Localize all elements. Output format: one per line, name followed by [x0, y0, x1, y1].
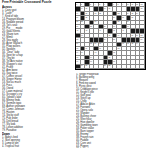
cell-number: 72: [113, 51, 115, 53]
cell-number: 48: [108, 34, 110, 36]
cell-number: 69: [76, 51, 78, 53]
cell-number: 65: [76, 47, 78, 49]
cell-number: 78: [113, 60, 115, 62]
cell-number: 2: [81, 3, 82, 5]
cell-number: 25: [131, 12, 133, 14]
cell-number: 5: [99, 3, 100, 5]
cell-number: 9: [122, 3, 123, 5]
cell-number: 44: [99, 29, 101, 31]
cell-number: 59: [95, 42, 97, 44]
cell-number: 29: [113, 16, 115, 18]
cell-number: 3: [90, 3, 91, 5]
cell-number: 30: [122, 16, 124, 18]
cell-number: 38: [90, 25, 92, 27]
cell-number: 4: [95, 3, 96, 5]
cell-number: 68: [118, 47, 120, 49]
cell-number: 28: [85, 16, 87, 18]
cell-number: 45: [113, 29, 115, 31]
cell-number: 70: [81, 51, 83, 53]
cell-number: 15: [85, 7, 87, 9]
cell-number: 32: [76, 20, 78, 22]
grid-cell[interactable]: [140, 65, 145, 69]
cell-number: 16: [104, 7, 106, 9]
cell-number: 82: [108, 64, 110, 66]
cell-number: 34: [95, 20, 97, 22]
cell-number: 22: [99, 12, 101, 14]
cell-number: 11: [131, 3, 133, 5]
cell-number: 58: [90, 42, 92, 44]
cell-number: 7: [113, 3, 114, 5]
cell-number: 60: [99, 42, 101, 44]
cell-number: 53: [76, 38, 78, 40]
cell-number: 79: [81, 64, 83, 66]
cell-number: 14: [81, 7, 83, 9]
cell-number: 73: [76, 56, 78, 58]
crossword-grid: 1234567891011121314151617181920212223242…: [75, 2, 146, 70]
cell-number: 77: [90, 60, 92, 62]
cell-number: 36: [127, 20, 129, 22]
cell-number: 51: [136, 34, 138, 36]
cell-number: 33: [81, 20, 83, 22]
cell-number: 8: [118, 3, 119, 5]
cell-number: 1: [76, 3, 77, 5]
cell-number: 31: [131, 16, 133, 18]
cell-number: 17: [108, 7, 110, 9]
cell-number: 54: [104, 38, 106, 40]
cell-number: 35: [118, 20, 120, 22]
cell-number: 6: [104, 3, 105, 5]
cell-number: 56: [141, 38, 143, 40]
cell-number: 81: [104, 64, 106, 66]
cell-number: 23: [118, 12, 120, 14]
cell-number: 18: [141, 7, 143, 9]
cell-number: 61: [122, 42, 124, 44]
cell-number: 55: [113, 38, 115, 40]
cell-number: 10: [127, 3, 129, 5]
cell-number: 37: [76, 25, 78, 27]
down-clue: 4. Tropical fruit: [2, 145, 72, 148]
cell-number: 67: [99, 47, 101, 49]
cell-number: 41: [127, 25, 129, 27]
cell-number: 42: [76, 29, 78, 31]
cell-number: 20: [85, 12, 87, 14]
cell-number: 13: [141, 3, 143, 5]
clue-column-right: 5. Singer Fitzgerald6. Building wing7. R…: [76, 73, 148, 148]
cell-number: 57: [76, 42, 78, 44]
cell-number: 43: [85, 29, 87, 31]
cell-number: 80: [85, 64, 87, 66]
cell-number: 64: [136, 42, 138, 44]
cell-number: 46: [122, 29, 124, 31]
cell-number: 74: [90, 56, 92, 58]
cell-number: 39: [104, 25, 106, 27]
cell-number: 66: [85, 47, 87, 49]
cell-number: 52: [141, 34, 143, 36]
cell-number: 62: [127, 42, 129, 44]
cell-number: 21: [95, 12, 97, 14]
cell-number: 47: [81, 34, 83, 36]
cell-number: 24: [127, 12, 129, 14]
cell-number: 63: [131, 42, 133, 44]
cell-number: 76: [76, 60, 78, 62]
cell-number: 50: [131, 34, 133, 36]
cell-number: 19: [76, 12, 78, 14]
cell-number: 71: [95, 51, 97, 53]
page-title: Free Printable Crossword Puzzle: [2, 1, 72, 4]
cell-number: 26: [136, 12, 138, 14]
cell-number: 12: [136, 3, 138, 5]
clue-column-left: Across1. Cozy spot3. "Later!"7. Kind of …: [2, 5, 72, 149]
across-clue: 79. Paradise: [2, 129, 72, 132]
cell-number: 49: [118, 34, 120, 36]
cell-number: 75: [108, 56, 110, 58]
cell-number: 40: [113, 25, 115, 27]
cell-number: 27: [76, 16, 78, 18]
